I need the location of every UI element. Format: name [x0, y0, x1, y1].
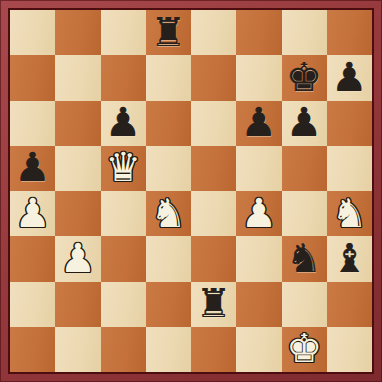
square-e1[interactable]	[191, 327, 236, 372]
square-d3[interactable]	[146, 236, 191, 281]
square-g4[interactable]	[282, 191, 327, 236]
square-d6[interactable]	[146, 101, 191, 146]
square-f4[interactable]: ♟	[236, 191, 281, 236]
square-h4[interactable]: ♞	[327, 191, 372, 236]
square-d1[interactable]	[146, 327, 191, 372]
square-b6[interactable]	[55, 101, 100, 146]
square-b7[interactable]	[55, 55, 100, 100]
square-c1[interactable]	[101, 327, 146, 372]
square-b3[interactable]: ♟	[55, 236, 100, 281]
square-h8[interactable]	[327, 10, 372, 55]
piece-black-bishop[interactable]: ♝	[331, 238, 367, 278]
square-e3[interactable]	[191, 236, 236, 281]
square-a6[interactable]	[10, 101, 55, 146]
square-h1[interactable]	[327, 327, 372, 372]
square-b4[interactable]	[55, 191, 100, 236]
chess-board: ♜♚♟♟♟♟♟♛♟♞♟♞♟♞♝♜♚	[10, 10, 372, 372]
square-f3[interactable]	[236, 236, 281, 281]
square-d8[interactable]: ♜	[146, 10, 191, 55]
square-a4[interactable]: ♟	[10, 191, 55, 236]
piece-black-pawn[interactable]: ♟	[105, 102, 141, 142]
piece-black-pawn[interactable]: ♟	[241, 102, 277, 142]
square-e2[interactable]: ♜	[191, 282, 236, 327]
square-a2[interactable]	[10, 282, 55, 327]
square-b2[interactable]	[55, 282, 100, 327]
square-h3[interactable]: ♝	[327, 236, 372, 281]
square-h7[interactable]: ♟	[327, 55, 372, 100]
square-c6[interactable]: ♟	[101, 101, 146, 146]
square-a3[interactable]	[10, 236, 55, 281]
square-d5[interactable]	[146, 146, 191, 191]
square-b8[interactable]	[55, 10, 100, 55]
square-a7[interactable]	[10, 55, 55, 100]
square-a8[interactable]	[10, 10, 55, 55]
piece-white-knight[interactable]: ♞	[150, 193, 186, 233]
square-f1[interactable]	[236, 327, 281, 372]
square-d2[interactable]	[146, 282, 191, 327]
square-e8[interactable]	[191, 10, 236, 55]
piece-white-knight[interactable]: ♞	[331, 193, 367, 233]
square-g5[interactable]	[282, 146, 327, 191]
piece-black-rook[interactable]: ♜	[150, 12, 186, 52]
square-g3[interactable]: ♞	[282, 236, 327, 281]
square-c8[interactable]	[101, 10, 146, 55]
piece-black-pawn[interactable]: ♟	[286, 102, 322, 142]
piece-black-king[interactable]: ♚	[286, 57, 322, 97]
piece-white-pawn[interactable]: ♟	[241, 193, 277, 233]
square-g2[interactable]	[282, 282, 327, 327]
square-a1[interactable]	[10, 327, 55, 372]
piece-white-pawn[interactable]: ♟	[15, 193, 51, 233]
square-a5[interactable]: ♟	[10, 146, 55, 191]
square-f8[interactable]	[236, 10, 281, 55]
piece-white-pawn[interactable]: ♟	[60, 238, 96, 278]
square-f6[interactable]: ♟	[236, 101, 281, 146]
square-e5[interactable]	[191, 146, 236, 191]
square-f5[interactable]	[236, 146, 281, 191]
square-b1[interactable]	[55, 327, 100, 372]
piece-black-rook[interactable]: ♜	[196, 283, 232, 323]
piece-black-pawn[interactable]: ♟	[15, 147, 51, 187]
square-c7[interactable]	[101, 55, 146, 100]
piece-white-queen[interactable]: ♛	[105, 147, 141, 187]
piece-black-knight[interactable]: ♞	[286, 238, 322, 278]
square-g6[interactable]: ♟	[282, 101, 327, 146]
square-d7[interactable]	[146, 55, 191, 100]
square-c5[interactable]: ♛	[101, 146, 146, 191]
square-e6[interactable]	[191, 101, 236, 146]
square-g7[interactable]: ♚	[282, 55, 327, 100]
square-e4[interactable]	[191, 191, 236, 236]
square-b5[interactable]	[55, 146, 100, 191]
square-h5[interactable]	[327, 146, 372, 191]
square-e7[interactable]	[191, 55, 236, 100]
square-d4[interactable]: ♞	[146, 191, 191, 236]
square-c3[interactable]	[101, 236, 146, 281]
square-g1[interactable]: ♚	[282, 327, 327, 372]
square-h6[interactable]	[327, 101, 372, 146]
square-f7[interactable]	[236, 55, 281, 100]
square-c2[interactable]	[101, 282, 146, 327]
square-c4[interactable]	[101, 191, 146, 236]
piece-black-pawn[interactable]: ♟	[331, 57, 367, 97]
square-g8[interactable]	[282, 10, 327, 55]
square-f2[interactable]	[236, 282, 281, 327]
piece-white-king[interactable]: ♚	[286, 328, 322, 368]
square-h2[interactable]	[327, 282, 372, 327]
board-frame: ♜♚♟♟♟♟♟♛♟♞♟♞♟♞♝♜♚	[0, 0, 382, 382]
